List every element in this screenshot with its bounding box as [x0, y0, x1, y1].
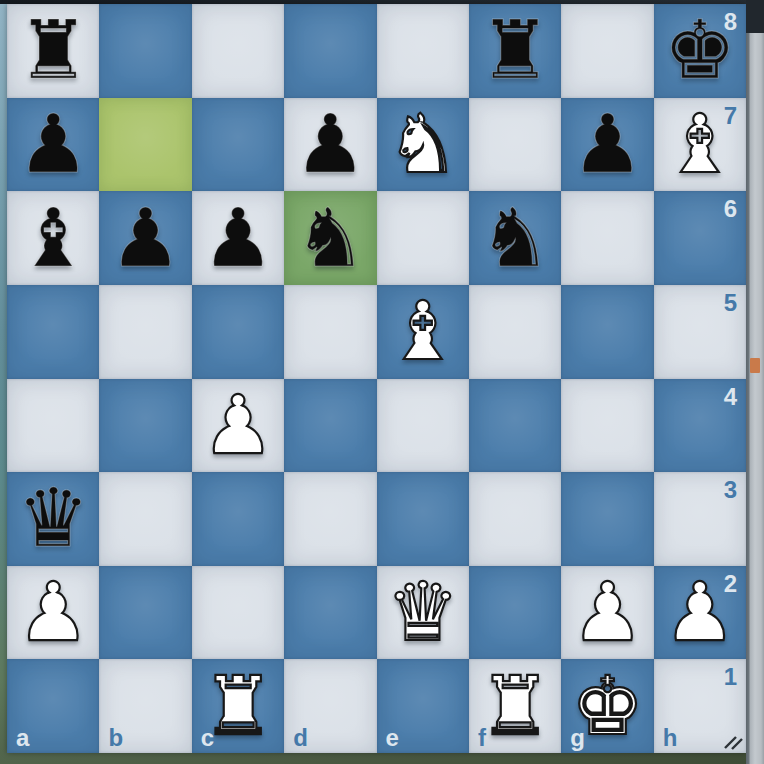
scrollbar-marker[interactable]: [750, 358, 760, 373]
square-f6[interactable]: ♞: [469, 191, 561, 285]
white-pawn[interactable]: ♟: [202, 385, 275, 466]
square-h7[interactable]: ♝7: [654, 98, 746, 192]
black-pawn[interactable]: ♟: [202, 198, 275, 279]
square-e5[interactable]: ♝: [377, 285, 469, 379]
square-f8[interactable]: ♜: [469, 4, 561, 98]
white-pawn[interactable]: ♟: [17, 572, 90, 653]
square-d8[interactable]: [284, 4, 376, 98]
rank-label-4: 4: [724, 385, 737, 409]
square-b6[interactable]: ♟: [99, 191, 191, 285]
square-c1[interactable]: ♜c: [192, 659, 284, 753]
square-g3[interactable]: [561, 472, 653, 566]
file-label-d: d: [293, 726, 308, 750]
square-f2[interactable]: [469, 566, 561, 660]
square-h4[interactable]: 4: [654, 379, 746, 473]
square-b4[interactable]: [99, 379, 191, 473]
square-e6[interactable]: [377, 191, 469, 285]
square-e8[interactable]: [377, 4, 469, 98]
square-a6[interactable]: ♝: [7, 191, 99, 285]
square-a7[interactable]: ♟: [7, 98, 99, 192]
square-e4[interactable]: [377, 379, 469, 473]
square-g2[interactable]: ♟: [561, 566, 653, 660]
file-label-c: c: [201, 726, 214, 750]
square-a5[interactable]: [7, 285, 99, 379]
rank-label-1: 1: [724, 665, 737, 689]
square-d1[interactable]: d: [284, 659, 376, 753]
square-d4[interactable]: [284, 379, 376, 473]
chess-board: ♜♜♚8♟♟♞♟♝7♝♟♟♞♞6♝5♟4♛3♟♛♟♟2ab♜cde♜f♚g1h: [7, 4, 746, 753]
white-bishop[interactable]: ♝: [386, 291, 459, 372]
square-e3[interactable]: [377, 472, 469, 566]
square-f5[interactable]: [469, 285, 561, 379]
white-pawn[interactable]: ♟: [571, 572, 644, 653]
black-pawn[interactable]: ♟: [17, 104, 90, 185]
square-c8[interactable]: [192, 4, 284, 98]
square-e2[interactable]: ♛: [377, 566, 469, 660]
square-a3[interactable]: ♛: [7, 472, 99, 566]
square-f4[interactable]: [469, 379, 561, 473]
square-c5[interactable]: [192, 285, 284, 379]
square-g1[interactable]: ♚g: [561, 659, 653, 753]
square-h8[interactable]: ♚8: [654, 4, 746, 98]
chess-app-window: ♜♜♚8♟♟♞♟♝7♝♟♟♞♞6♝5♟4♛3♟♛♟♟2ab♜cde♜f♚g1h: [0, 0, 764, 764]
file-label-h: h: [663, 726, 678, 750]
square-c7[interactable]: [192, 98, 284, 192]
square-a8[interactable]: ♜: [7, 4, 99, 98]
square-d2[interactable]: [284, 566, 376, 660]
black-pawn[interactable]: ♟: [109, 198, 182, 279]
square-h1[interactable]: 1h: [654, 659, 746, 753]
scrollbar[interactable]: [746, 0, 764, 764]
square-h3[interactable]: 3: [654, 472, 746, 566]
white-knight[interactable]: ♞: [386, 104, 459, 185]
square-d5[interactable]: [284, 285, 376, 379]
window-top-right-corner: [746, 0, 764, 33]
file-label-g: g: [570, 726, 585, 750]
rank-label-5: 5: [724, 291, 737, 315]
file-label-a: a: [16, 726, 29, 750]
square-h5[interactable]: 5: [654, 285, 746, 379]
square-d6[interactable]: ♞: [284, 191, 376, 285]
black-rook[interactable]: ♜: [479, 10, 552, 91]
rank-label-2: 2: [724, 572, 737, 596]
square-b2[interactable]: [99, 566, 191, 660]
square-g7[interactable]: ♟: [561, 98, 653, 192]
square-c2[interactable]: [192, 566, 284, 660]
square-g4[interactable]: [561, 379, 653, 473]
square-e7[interactable]: ♞: [377, 98, 469, 192]
square-b3[interactable]: [99, 472, 191, 566]
square-g8[interactable]: [561, 4, 653, 98]
rank-label-3: 3: [724, 478, 737, 502]
rank-label-6: 6: [724, 197, 737, 221]
square-c4[interactable]: ♟: [192, 379, 284, 473]
black-knight[interactable]: ♞: [294, 198, 367, 279]
square-a1[interactable]: a: [7, 659, 99, 753]
square-g5[interactable]: [561, 285, 653, 379]
square-b1[interactable]: b: [99, 659, 191, 753]
square-g6[interactable]: [561, 191, 653, 285]
square-h2[interactable]: ♟2: [654, 566, 746, 660]
rank-label-7: 7: [724, 104, 737, 128]
square-d7[interactable]: ♟: [284, 98, 376, 192]
square-h6[interactable]: 6: [654, 191, 746, 285]
square-b8[interactable]: [99, 4, 191, 98]
square-d3[interactable]: [284, 472, 376, 566]
resize-handle-icon[interactable]: [723, 730, 743, 750]
square-c6[interactable]: ♟: [192, 191, 284, 285]
file-label-f: f: [478, 726, 486, 750]
square-b5[interactable]: [99, 285, 191, 379]
black-pawn[interactable]: ♟: [571, 104, 644, 185]
square-f3[interactable]: [469, 472, 561, 566]
black-knight[interactable]: ♞: [479, 198, 552, 279]
white-queen[interactable]: ♛: [386, 572, 459, 653]
square-e1[interactable]: e: [377, 659, 469, 753]
square-c3[interactable]: [192, 472, 284, 566]
rank-label-8: 8: [724, 10, 737, 34]
black-bishop[interactable]: ♝: [17, 198, 90, 279]
square-a2[interactable]: ♟: [7, 566, 99, 660]
square-f7[interactable]: [469, 98, 561, 192]
file-label-e: e: [386, 726, 399, 750]
square-b7[interactable]: [99, 98, 191, 192]
square-a4[interactable]: [7, 379, 99, 473]
black-rook[interactable]: ♜: [17, 10, 90, 91]
black-pawn[interactable]: ♟: [294, 104, 367, 185]
square-f1[interactable]: ♜f: [469, 659, 561, 753]
white-rook[interactable]: ♜: [479, 666, 552, 747]
file-label-b: b: [108, 726, 123, 750]
black-queen[interactable]: ♛: [17, 478, 90, 559]
